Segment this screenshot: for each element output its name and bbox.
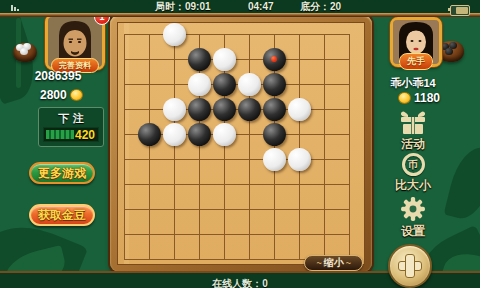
settings-button[interactable]: 设置 (399, 196, 427, 240)
leaf-decor (444, 143, 480, 224)
more-games-button[interactable]: 更多游戏 (29, 162, 95, 184)
status-bar: 局时：09:01 04:47 底分：20 (0, 0, 480, 13)
right-player-coins: 1180 (398, 91, 440, 105)
gold-coin-icon (70, 89, 83, 101)
white-stone (163, 98, 186, 121)
gear-icon (400, 196, 426, 222)
stones-layer (118, 23, 364, 264)
signal-icon (11, 5, 19, 11)
white-stone (263, 148, 286, 171)
black-stone (263, 73, 286, 96)
black-stone (263, 48, 286, 71)
black-stone (238, 98, 261, 121)
compare-label: 比大小 (395, 177, 431, 194)
bet-panel: 下注 420 (38, 107, 104, 147)
online-count: 在线人数：0 (212, 278, 268, 288)
left-player-avatar[interactable]: 1 完善资料 (45, 14, 105, 70)
black-stone (213, 73, 236, 96)
bet-label: 下注 (39, 111, 103, 126)
bet-value: 420 (74, 128, 98, 142)
bet-bar: 420 (43, 127, 99, 142)
black-stone (188, 98, 211, 121)
gold-coin-icon (398, 92, 411, 104)
right-coins-value: 1180 (414, 91, 440, 105)
compare-button[interactable]: 币 比大小 (394, 153, 432, 194)
activity-label: 活动 (401, 136, 425, 153)
move-timer: 04:47 (248, 0, 274, 13)
bronze-divider (0, 13, 480, 17)
right-player-avatar[interactable]: 先手 (390, 17, 442, 67)
white-stone (213, 48, 236, 71)
white-stone (288, 148, 311, 171)
white-stones-bowl (13, 43, 37, 62)
white-stone (163, 23, 186, 46)
board-surface[interactable] (117, 22, 365, 265)
board: 缩小 (110, 15, 372, 272)
left-player-coins: 2800 (40, 88, 83, 102)
coin-ring-icon: 币 (402, 153, 425, 176)
zoom-out-button[interactable]: 缩小 (304, 255, 363, 271)
last-move-marker (271, 56, 277, 62)
game-time: 局时：09:01 (155, 0, 211, 13)
black-stone (263, 123, 286, 146)
left-coins-value: 2800 (40, 88, 67, 102)
black-stone (263, 98, 286, 121)
left-player-id: 2086395 (15, 69, 101, 83)
black-stone (188, 123, 211, 146)
white-stone (288, 98, 311, 121)
white-stone (238, 73, 261, 96)
white-stone (213, 123, 236, 146)
battery-icon (450, 5, 470, 16)
plus-icon (405, 254, 415, 278)
black-stone (188, 48, 211, 71)
right-player-name: 乖小乖14 (384, 76, 442, 91)
black-stone (138, 123, 161, 146)
coin-char: 币 (408, 158, 418, 172)
add-coins-button[interactable] (388, 244, 432, 288)
bet-progress (46, 130, 74, 139)
white-stone (188, 73, 211, 96)
settings-label: 设置 (401, 223, 425, 240)
white-stone (163, 123, 186, 146)
game-screen: 局时：09:01 04:47 底分：20 1 完善资料 2086395 2800… (0, 0, 480, 288)
activity-button[interactable]: 活动 (398, 109, 428, 153)
turn-tag: 先手 (399, 53, 433, 70)
gift-icon (399, 109, 427, 135)
base-score: 底分：20 (300, 0, 341, 13)
black-stone (213, 98, 236, 121)
get-beans-button[interactable]: 获取金豆 (29, 204, 95, 226)
